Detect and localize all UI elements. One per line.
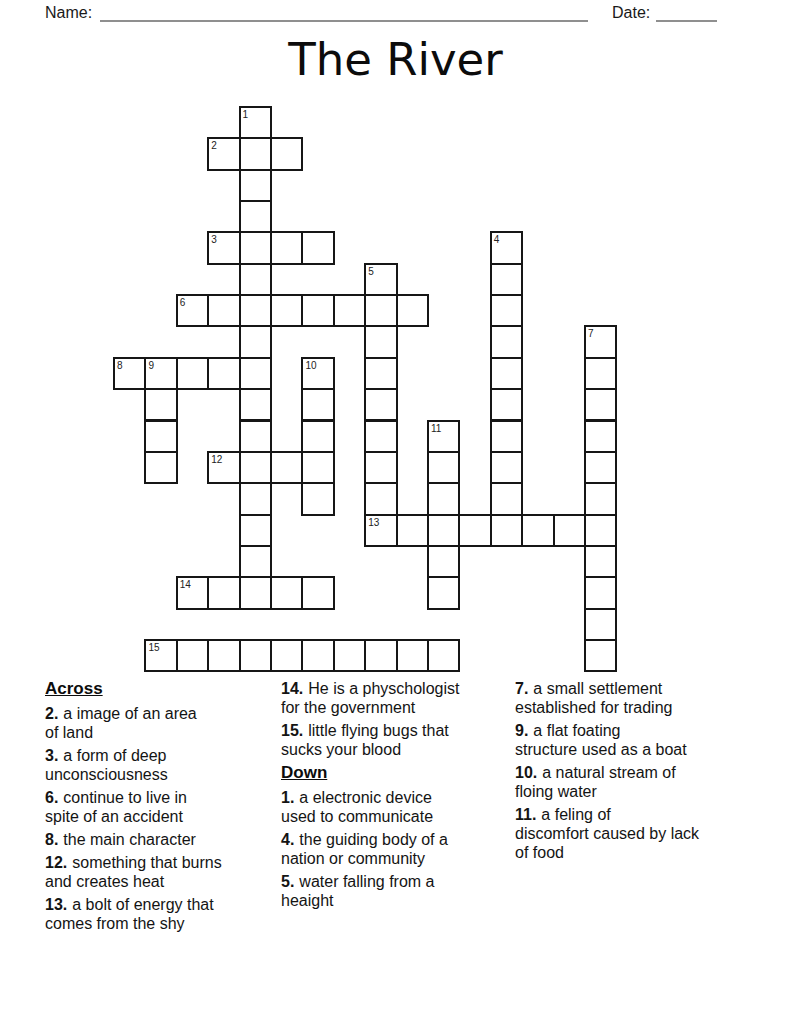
- grid-cell-r13c11[interactable]: [427, 482, 460, 515]
- grid-cell-r16c16[interactable]: [584, 576, 617, 609]
- grid-cell-r7c6[interactable]: [270, 294, 303, 327]
- clue-text: a form of deep unconsciousness: [45, 747, 168, 783]
- cell-number: 4: [492, 233, 521, 245]
- grid-cell-r14c9[interactable]: 13: [364, 514, 397, 547]
- grid-cell-r16c11[interactable]: [427, 576, 460, 609]
- grid-cell-r10c5[interactable]: [239, 388, 272, 421]
- clue-across-14: 14.He is a physchologist for the governm…: [281, 679, 511, 717]
- grid-cell-r9c9[interactable]: [364, 357, 397, 390]
- clue-number: 7.: [515, 680, 528, 697]
- grid-cell-r9c13[interactable]: [490, 357, 523, 390]
- grid-cell-r7c9[interactable]: [364, 294, 397, 327]
- grid-cell-r17c16[interactable]: [584, 608, 617, 641]
- grid-cell-r11c11[interactable]: 11: [427, 420, 460, 453]
- clue-text: a image of an area of land: [45, 705, 197, 741]
- grid-cell-r15c5[interactable]: [239, 545, 272, 578]
- grid-cell-r12c11[interactable]: [427, 451, 460, 484]
- clue-number: 6.: [45, 789, 58, 806]
- grid-cell-r1c5[interactable]: 1: [239, 106, 272, 139]
- cell-number: 13: [366, 516, 395, 528]
- grid-cell-r9c5[interactable]: [239, 357, 272, 390]
- grid-cell-r12c6[interactable]: [270, 451, 303, 484]
- clue-down-5: 5.water falling from a heaight: [281, 872, 511, 910]
- grid-cell-r11c7[interactable]: [301, 420, 334, 453]
- date-input-line[interactable]: [656, 20, 717, 22]
- cell-number: 7: [586, 327, 615, 339]
- grid-cell-r2c6[interactable]: [270, 137, 303, 170]
- name-input-line[interactable]: [100, 20, 588, 22]
- clue-across-13: 13.a bolt of energy that comes from the …: [45, 895, 277, 933]
- grid-cell-r5c5[interactable]: [239, 231, 272, 264]
- clue-number: 5.: [281, 873, 294, 890]
- clue-down-1: 1.a electronic device used to communicat…: [281, 788, 511, 826]
- grid-cell-r9c7[interactable]: 10: [301, 357, 334, 390]
- grid-cell-r12c7[interactable]: [301, 451, 334, 484]
- cell-number: 1: [241, 108, 270, 120]
- clue-across-3: 3.a form of deep unconsciousness: [45, 746, 277, 784]
- grid-cell-r13c5[interactable]: [239, 482, 272, 515]
- grid-cell-r7c7[interactable]: [301, 294, 334, 327]
- grid-cell-r12c13[interactable]: [490, 451, 523, 484]
- name-label: Name:: [45, 4, 92, 22]
- down-heading: Down: [281, 763, 511, 782]
- clue-down-11: 11.a feling of discomfort caused by lack…: [515, 805, 767, 862]
- clue-number: 2.: [45, 705, 58, 722]
- cell-number: 8: [115, 359, 144, 371]
- grid-cell-r10c13[interactable]: [490, 388, 523, 421]
- clue-number: 11.: [515, 806, 536, 823]
- clue-across-8: 8.the main character: [45, 830, 277, 849]
- grid-cell-r18c5[interactable]: [239, 639, 272, 672]
- grid-cell-r9c4[interactable]: [207, 357, 240, 390]
- grid-cell-r8c13[interactable]: [490, 325, 523, 358]
- grid-cell-r6c5[interactable]: [239, 263, 272, 296]
- grid-cell-r10c2[interactable]: [144, 388, 177, 421]
- grid-cell-r12c16[interactable]: [584, 451, 617, 484]
- clues-column-3: 7.a small settlement established for tra…: [515, 679, 767, 866]
- grid-cell-r16c7[interactable]: [301, 576, 334, 609]
- grid-cell-r13c7[interactable]: [301, 482, 334, 515]
- grid-cell-r10c7[interactable]: [301, 388, 334, 421]
- clue-text: a bolt of energy that comes from the shy: [45, 896, 214, 932]
- grid-cell-r18c11[interactable]: [427, 639, 460, 672]
- grid-cell-r8c5[interactable]: [239, 325, 272, 358]
- grid-cell-r10c16[interactable]: [584, 388, 617, 421]
- cell-number: 5: [366, 265, 395, 277]
- clue-text: a small settlement established for tradi…: [515, 680, 672, 716]
- grid-cell-r2c4[interactable]: 2: [207, 137, 240, 170]
- clue-across-2: 2.a image of an area of land: [45, 704, 277, 742]
- clue-text: the main character: [58, 831, 196, 848]
- grid-cell-r14c12[interactable]: [458, 514, 491, 547]
- grid-cell-r7c8[interactable]: [333, 294, 366, 327]
- grid-cell-r5c6[interactable]: [270, 231, 303, 264]
- grid-cell-r13c16[interactable]: [584, 482, 617, 515]
- grid-cell-r14c16[interactable]: [584, 514, 617, 547]
- clue-down-7: 7.a small settlement established for tra…: [515, 679, 767, 717]
- clues-column-2: 14.He is a physchologist for the governm…: [281, 679, 511, 914]
- cell-number: 14: [178, 578, 207, 590]
- grid-cell-r18c8[interactable]: [333, 639, 366, 672]
- cell-number: 3: [209, 233, 238, 245]
- grid-cell-r18c4[interactable]: [207, 639, 240, 672]
- clue-number: 15.: [281, 722, 303, 739]
- grid-cell-r16c4[interactable]: [207, 576, 240, 609]
- grid-cell-r14c13[interactable]: [490, 514, 523, 547]
- clue-down-4: 4.the guiding body of a nation or commun…: [281, 830, 511, 868]
- grid-cell-r4c5[interactable]: [239, 200, 272, 233]
- grid-cell-r11c13[interactable]: [490, 420, 523, 453]
- grid-cell-r16c3[interactable]: 14: [176, 576, 209, 609]
- clue-text: a electronic device used to communicate: [281, 789, 433, 825]
- cell-number: 15: [146, 641, 175, 653]
- grid-cell-r16c6[interactable]: [270, 576, 303, 609]
- clue-number: 8.: [45, 831, 58, 848]
- grid-cell-r18c10[interactable]: [396, 639, 429, 672]
- worksheet-page: { "header": { "name_label": "Name:", "da…: [0, 0, 791, 1024]
- clue-number: 14.: [281, 680, 303, 697]
- grid-cell-r7c5[interactable]: [239, 294, 272, 327]
- grid-cell-r14c14[interactable]: [521, 514, 554, 547]
- grid-cell-r8c16[interactable]: 7: [584, 325, 617, 358]
- clue-text: the guiding body of a nation or communit…: [281, 831, 448, 867]
- clue-text: a flat foating structure used as a boat: [515, 722, 687, 758]
- clue-text: something that burns and creates heat: [45, 854, 222, 890]
- clue-across-15: 15.little flying bugs that sucks your bl…: [281, 721, 511, 759]
- grid-cell-r14c15[interactable]: [553, 514, 586, 547]
- clue-text: water falling from a heaight: [281, 873, 435, 909]
- clue-text: a feling of discomfort caused by lack of…: [515, 806, 699, 861]
- clue-text: continue to live in spite of an accident: [45, 789, 187, 825]
- grid-cell-r15c16[interactable]: [584, 545, 617, 578]
- date-label: Date:: [612, 4, 650, 22]
- grid-cell-r14c5[interactable]: [239, 514, 272, 547]
- grid-cell-r18c16[interactable]: [584, 639, 617, 672]
- grid-cell-r5c4[interactable]: 3: [207, 231, 240, 264]
- grid-cell-r11c9[interactable]: [364, 420, 397, 453]
- clues-column-1: Across2.a image of an area of land3.a fo…: [45, 679, 277, 937]
- clue-text: He is a physchologist for the government: [281, 680, 459, 716]
- grid-cell-r18c6[interactable]: [270, 639, 303, 672]
- puzzle-title: The River: [0, 33, 791, 86]
- clue-number: 3.: [45, 747, 58, 764]
- grid-cell-r8c9[interactable]: [364, 325, 397, 358]
- grid-cell-r12c2[interactable]: [144, 451, 177, 484]
- grid-cell-r12c5[interactable]: [239, 451, 272, 484]
- grid-cell-r18c9[interactable]: [364, 639, 397, 672]
- grid-cell-r18c2[interactable]: 15: [144, 639, 177, 672]
- cell-number: 11: [429, 422, 458, 434]
- clue-number: 4.: [281, 831, 294, 848]
- cell-number: 2: [209, 139, 238, 151]
- grid-cell-r15c11[interactable]: [427, 545, 460, 578]
- clue-number: 10.: [515, 764, 537, 781]
- clue-number: 9.: [515, 722, 528, 739]
- grid-cell-r11c5[interactable]: [239, 420, 272, 453]
- cell-number: 12: [209, 453, 238, 465]
- clue-down-9: 9.a flat foating structure used as a boa…: [515, 721, 767, 759]
- clue-across-6: 6.continue to live in spite of an accide…: [45, 788, 277, 826]
- grid-cell-r5c7[interactable]: [301, 231, 334, 264]
- cell-number: 6: [178, 296, 207, 308]
- grid-cell-r18c3[interactable]: [176, 639, 209, 672]
- clue-down-10: 10.a natural stream of floing water: [515, 763, 767, 801]
- crossword-grid: 123456789101112131415: [113, 106, 619, 674]
- grid-cell-r9c2[interactable]: 9: [144, 357, 177, 390]
- clue-text: a natural stream of floing water: [515, 764, 676, 800]
- grid-cell-r3c5[interactable]: [239, 169, 272, 202]
- grid-cell-r9c16[interactable]: [584, 357, 617, 390]
- grid-cell-r11c16[interactable]: [584, 420, 617, 453]
- grid-cell-r14c10[interactable]: [396, 514, 429, 547]
- grid-cell-r5c13[interactable]: 4: [490, 231, 523, 264]
- grid-cell-r12c9[interactable]: [364, 451, 397, 484]
- grid-cell-r13c13[interactable]: [490, 482, 523, 515]
- grid-cell-r6c13[interactable]: [490, 263, 523, 296]
- cell-number: 9: [146, 359, 175, 371]
- grid-cell-r9c3[interactable]: [176, 357, 209, 390]
- grid-cell-r18c7[interactable]: [301, 639, 334, 672]
- grid-cell-r7c13[interactable]: [490, 294, 523, 327]
- grid-cell-r12c4[interactable]: 12: [207, 451, 240, 484]
- cell-number: 10: [303, 359, 332, 371]
- clue-number: 12.: [45, 854, 67, 871]
- clue-number: 1.: [281, 789, 294, 806]
- grid-cell-r6c9[interactable]: 5: [364, 263, 397, 296]
- across-heading: Across: [45, 679, 277, 698]
- grid-cell-r10c9[interactable]: [364, 388, 397, 421]
- grid-cell-r7c3[interactable]: 6: [176, 294, 209, 327]
- grid-cell-r11c2[interactable]: [144, 420, 177, 453]
- grid-cell-r9c1[interactable]: 8: [113, 357, 146, 390]
- grid-cell-r2c5[interactable]: [239, 137, 272, 170]
- clue-across-12: 12.something that burns and creates heat: [45, 853, 277, 891]
- grid-cell-r16c5[interactable]: [239, 576, 272, 609]
- clue-number: 13.: [45, 896, 67, 913]
- grid-cell-r14c11[interactable]: [427, 514, 460, 547]
- grid-cell-r13c9[interactable]: [364, 482, 397, 515]
- clue-text: little flying bugs that sucks your blood: [281, 722, 449, 758]
- grid-cell-r7c10[interactable]: [396, 294, 429, 327]
- grid-cell-r7c4[interactable]: [207, 294, 240, 327]
